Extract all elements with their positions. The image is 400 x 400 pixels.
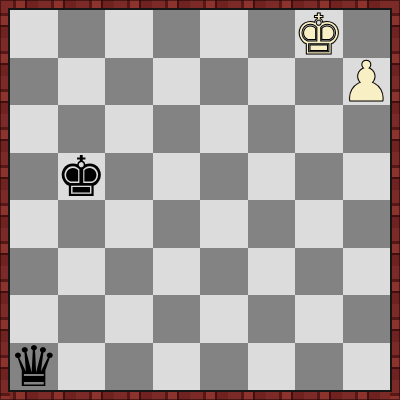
board: ♚♟♚♛ <box>8 8 392 392</box>
square-b1[interactable] <box>58 343 106 391</box>
square-a3[interactable] <box>10 248 58 296</box>
piece-black-queen[interactable]: ♛ <box>9 339 59 395</box>
board-frame: ♚♟♚♛ <box>0 0 400 400</box>
square-d8[interactable] <box>153 10 201 58</box>
square-d3[interactable] <box>153 248 201 296</box>
square-b2[interactable] <box>58 295 106 343</box>
square-e5[interactable] <box>200 153 248 201</box>
square-e3[interactable] <box>200 248 248 296</box>
square-e8[interactable] <box>200 10 248 58</box>
square-a6[interactable] <box>10 105 58 153</box>
square-d5[interactable] <box>153 153 201 201</box>
square-a4[interactable] <box>10 200 58 248</box>
square-c1[interactable] <box>105 343 153 391</box>
square-e7[interactable] <box>200 58 248 106</box>
square-g6[interactable] <box>295 105 343 153</box>
piece-white-pawn[interactable]: ♟ <box>341 54 391 110</box>
square-f6[interactable] <box>248 105 296 153</box>
piece-white-king[interactable]: ♚ <box>294 7 344 63</box>
square-d6[interactable] <box>153 105 201 153</box>
square-e2[interactable] <box>200 295 248 343</box>
square-d2[interactable] <box>153 295 201 343</box>
square-c7[interactable] <box>105 58 153 106</box>
square-a8[interactable] <box>10 10 58 58</box>
square-a7[interactable] <box>10 58 58 106</box>
square-f1[interactable] <box>248 343 296 391</box>
square-d7[interactable] <box>153 58 201 106</box>
square-c2[interactable] <box>105 295 153 343</box>
square-f7[interactable] <box>248 58 296 106</box>
square-h7[interactable]: ♟ <box>343 58 391 106</box>
square-b8[interactable] <box>58 10 106 58</box>
piece-black-king[interactable]: ♚ <box>56 149 106 205</box>
square-b5[interactable]: ♚ <box>58 153 106 201</box>
square-g1[interactable] <box>295 343 343 391</box>
square-b7[interactable] <box>58 58 106 106</box>
square-c3[interactable] <box>105 248 153 296</box>
square-h1[interactable] <box>343 343 391 391</box>
square-e1[interactable] <box>200 343 248 391</box>
square-f4[interactable] <box>248 200 296 248</box>
square-d4[interactable] <box>153 200 201 248</box>
square-e6[interactable] <box>200 105 248 153</box>
square-c6[interactable] <box>105 105 153 153</box>
square-h4[interactable] <box>343 200 391 248</box>
square-a5[interactable] <box>10 153 58 201</box>
square-c4[interactable] <box>105 200 153 248</box>
square-h2[interactable] <box>343 295 391 343</box>
square-g8[interactable]: ♚ <box>295 10 343 58</box>
square-g3[interactable] <box>295 248 343 296</box>
square-h5[interactable] <box>343 153 391 201</box>
square-h3[interactable] <box>343 248 391 296</box>
square-d1[interactable] <box>153 343 201 391</box>
square-f8[interactable] <box>248 10 296 58</box>
square-a1[interactable]: ♛ <box>10 343 58 391</box>
square-c8[interactable] <box>105 10 153 58</box>
square-f5[interactable] <box>248 153 296 201</box>
square-b3[interactable] <box>58 248 106 296</box>
square-g5[interactable] <box>295 153 343 201</box>
square-f3[interactable] <box>248 248 296 296</box>
square-g4[interactable] <box>295 200 343 248</box>
square-c5[interactable] <box>105 153 153 201</box>
square-e4[interactable] <box>200 200 248 248</box>
square-g2[interactable] <box>295 295 343 343</box>
square-f2[interactable] <box>248 295 296 343</box>
